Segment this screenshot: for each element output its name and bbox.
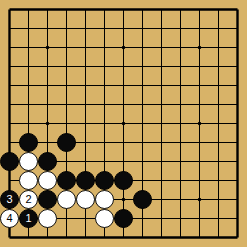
black-stone[interactable] (95, 171, 114, 190)
black-stone[interactable] (38, 152, 57, 171)
white-stone[interactable] (19, 152, 38, 171)
move-number-label: 4 (6, 213, 12, 224)
white-stone[interactable]: 2 (19, 190, 38, 209)
white-stone[interactable] (38, 209, 57, 228)
black-stone[interactable] (38, 190, 57, 209)
move-number-label: 2 (25, 194, 31, 205)
black-stone[interactable]: 1 (19, 209, 38, 228)
black-stone[interactable] (114, 209, 133, 228)
white-stone[interactable]: 4 (0, 209, 19, 228)
white-stone[interactable] (38, 171, 57, 190)
white-stone[interactable] (95, 209, 114, 228)
black-stone[interactable] (57, 171, 76, 190)
black-stone[interactable]: 3 (0, 190, 19, 209)
black-stone[interactable] (114, 171, 133, 190)
black-stone[interactable] (76, 171, 95, 190)
move-number-label: 3 (6, 194, 12, 205)
white-stone[interactable] (19, 171, 38, 190)
black-stone[interactable] (0, 152, 19, 171)
go-board[interactable]: 3241 (0, 0, 247, 247)
black-stone[interactable] (133, 190, 152, 209)
move-number-label: 1 (25, 213, 31, 224)
white-stone[interactable] (57, 190, 76, 209)
white-stone[interactable] (76, 190, 95, 209)
stone-grid: 3241 (0, 0, 247, 247)
white-stone[interactable] (95, 190, 114, 209)
black-stone[interactable] (57, 133, 76, 152)
black-stone[interactable] (19, 133, 38, 152)
